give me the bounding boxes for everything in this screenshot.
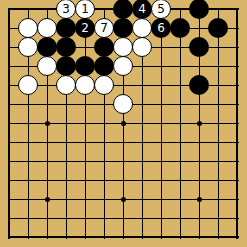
white-stone: 1 (75, 0, 95, 19)
move-number: 7 (100, 22, 108, 34)
move-number: 4 (138, 3, 146, 15)
white-stone: 5 (151, 0, 171, 19)
white-stone (113, 37, 133, 57)
goban[interactable]: 3145276 (0, 0, 247, 247)
black-stone (75, 56, 95, 76)
white-stone (56, 75, 76, 95)
black-stone (113, 0, 133, 19)
white-stone (75, 75, 95, 95)
white-stone: 7 (94, 18, 114, 38)
move-number: 2 (81, 22, 89, 34)
black-stone (208, 18, 228, 38)
black-stone: 6 (151, 18, 171, 38)
move-number: 3 (62, 3, 70, 15)
move-number: 1 (81, 3, 89, 15)
black-stone (113, 18, 133, 38)
black-stone (189, 37, 209, 57)
go-diagram: 3145276 (0, 0, 247, 247)
stones-grid: 3145276 (0, 0, 247, 247)
white-stone (132, 18, 152, 38)
move-number: 5 (157, 3, 165, 15)
black-stone (37, 37, 57, 57)
white-stone (113, 56, 133, 76)
black-stone: 4 (132, 0, 152, 19)
black-stone (94, 37, 114, 57)
black-stone (56, 37, 76, 57)
white-stone (94, 75, 114, 95)
black-stone (189, 75, 209, 95)
white-stone (18, 18, 38, 38)
black-stone (189, 0, 209, 19)
white-stone (113, 94, 133, 114)
white-stone (18, 37, 38, 57)
white-stone (18, 75, 38, 95)
move-number: 6 (157, 22, 165, 34)
black-stone (170, 18, 190, 38)
white-stone (132, 37, 152, 57)
black-stone (56, 18, 76, 38)
black-stone (94, 56, 114, 76)
white-stone (37, 18, 57, 38)
white-stone: 3 (56, 0, 76, 19)
white-stone (37, 56, 57, 76)
black-stone: 2 (75, 18, 95, 38)
black-stone (56, 56, 76, 76)
